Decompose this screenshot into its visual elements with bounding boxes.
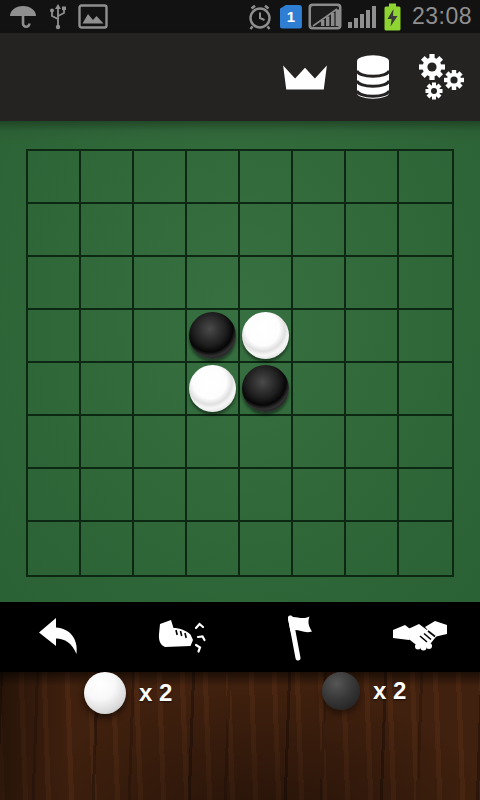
cell-e6[interactable] [240, 416, 293, 469]
cell-g5[interactable] [346, 363, 399, 416]
cell-b6[interactable] [81, 416, 134, 469]
white-disc [242, 312, 289, 359]
disc-stack-icon [354, 53, 392, 101]
cell-b4[interactable] [81, 310, 134, 363]
cell-c3[interactable] [134, 257, 187, 310]
crown-icon [280, 60, 330, 94]
cell-a4[interactable] [28, 310, 81, 363]
cell-h5[interactable] [399, 363, 452, 416]
cell-h8[interactable] [399, 522, 452, 575]
cell-g6[interactable] [346, 416, 399, 469]
black-piece-icon [322, 672, 360, 710]
board-area [0, 121, 480, 602]
resign-flag-icon [278, 612, 322, 662]
black-disc [189, 312, 236, 359]
cell-c5[interactable] [134, 363, 187, 416]
cell-e7[interactable] [240, 469, 293, 522]
white-disc [189, 365, 236, 412]
cell-c7[interactable] [134, 469, 187, 522]
cell-h6[interactable] [399, 416, 452, 469]
status-bar-right: 1 [246, 3, 472, 31]
cell-g2[interactable] [346, 204, 399, 257]
cell-c6[interactable] [134, 416, 187, 469]
cell-e8[interactable] [240, 522, 293, 575]
cell-e2[interactable] [240, 204, 293, 257]
cell-a1[interactable] [28, 151, 81, 204]
undo-arrow-icon [35, 616, 85, 658]
black-count-label: x 2 [373, 677, 406, 705]
alarm-clock-icon [246, 3, 274, 31]
kick-boot-icon [152, 615, 208, 659]
cell-a5[interactable] [28, 363, 81, 416]
cell-h7[interactable] [399, 469, 452, 522]
notification-badge: 1 [280, 5, 302, 29]
status-bar: 1 [0, 0, 480, 33]
cell-g7[interactable] [346, 469, 399, 522]
cell-g8[interactable] [346, 522, 399, 575]
settings-button[interactable] [410, 39, 472, 115]
black-disc [242, 365, 289, 412]
cell-e5[interactable] [240, 363, 293, 416]
cell-f7[interactable] [293, 469, 346, 522]
resign-button[interactable] [240, 602, 360, 672]
cell-f4[interactable] [293, 310, 346, 363]
cell-a8[interactable] [28, 522, 81, 575]
cell-f2[interactable] [293, 204, 346, 257]
cell-a6[interactable] [28, 416, 81, 469]
app-toolbar [0, 33, 480, 121]
clock-time: 23:08 [412, 3, 472, 30]
cell-a2[interactable] [28, 204, 81, 257]
data-traffic-icon [308, 3, 342, 30]
draw-handshake-icon [392, 619, 448, 655]
cell-b8[interactable] [81, 522, 134, 575]
cell-d6[interactable] [187, 416, 240, 469]
cell-d3[interactable] [187, 257, 240, 310]
cell-h1[interactable] [399, 151, 452, 204]
white-score: x 2 [84, 672, 172, 714]
cell-e1[interactable] [240, 151, 293, 204]
piece-tray: x 2 x 2 [0, 672, 480, 800]
undo-button[interactable] [0, 602, 120, 672]
phone-screen: 1 [0, 0, 480, 800]
cell-d5[interactable] [187, 363, 240, 416]
cell-g1[interactable] [346, 151, 399, 204]
cell-c2[interactable] [134, 204, 187, 257]
cell-h2[interactable] [399, 204, 452, 257]
gallery-icon [78, 4, 108, 29]
cell-e3[interactable] [240, 257, 293, 310]
white-piece-icon [84, 672, 126, 714]
cell-a3[interactable] [28, 257, 81, 310]
status-bar-left [8, 3, 108, 30]
cell-d4[interactable] [187, 310, 240, 363]
cell-d7[interactable] [187, 469, 240, 522]
white-count-label: x 2 [139, 679, 172, 707]
cell-b7[interactable] [81, 469, 134, 522]
umbrella-icon [8, 4, 38, 30]
cell-g4[interactable] [346, 310, 399, 363]
usb-icon [47, 3, 69, 30]
cell-b3[interactable] [81, 257, 134, 310]
cell-h4[interactable] [399, 310, 452, 363]
cell-c8[interactable] [134, 522, 187, 575]
reversi-board [26, 149, 454, 577]
battery-charging-icon [383, 3, 402, 31]
cell-f5[interactable] [293, 363, 346, 416]
cell-f6[interactable] [293, 416, 346, 469]
cell-f1[interactable] [293, 151, 346, 204]
cell-c4[interactable] [134, 310, 187, 363]
cell-f8[interactable] [293, 522, 346, 575]
disc-stack-button[interactable] [342, 39, 404, 115]
rank-crown-button[interactable] [274, 39, 336, 115]
cell-e4[interactable] [240, 310, 293, 363]
cell-d2[interactable] [187, 204, 240, 257]
signal-bars-icon [348, 4, 377, 29]
kick-button[interactable] [120, 602, 240, 672]
black-score: x 2 [322, 672, 406, 710]
settings-gears-icon [415, 52, 467, 102]
cell-f3[interactable] [293, 257, 346, 310]
cell-b5[interactable] [81, 363, 134, 416]
cell-h3[interactable] [399, 257, 452, 310]
cell-d1[interactable] [187, 151, 240, 204]
cell-b2[interactable] [81, 204, 134, 257]
cell-a7[interactable] [28, 469, 81, 522]
cell-c1[interactable] [134, 151, 187, 204]
bottom-toolbar [0, 602, 480, 672]
cell-b1[interactable] [81, 151, 134, 204]
draw-offer-button[interactable] [360, 602, 480, 672]
cell-d8[interactable] [187, 522, 240, 575]
cell-g3[interactable] [346, 257, 399, 310]
